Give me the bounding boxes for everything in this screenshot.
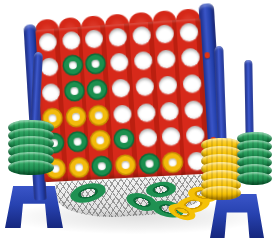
- stacked-green-ring: [237, 172, 272, 185]
- empty-hole: [62, 31, 81, 50]
- empty-hole: [138, 129, 157, 148]
- cell-r6-c4: [113, 152, 138, 179]
- right-yellow-ring-stack: [201, 138, 241, 200]
- empty-hole: [111, 79, 130, 98]
- empty-hole: [40, 58, 59, 77]
- cell-r5-c3: [88, 127, 113, 154]
- green-ring: [140, 154, 159, 173]
- empty-hole: [137, 103, 156, 122]
- cell-r3-c1: [38, 79, 63, 106]
- yellow-ring: [69, 158, 88, 177]
- yellow-ring: [90, 106, 109, 125]
- cell-r3-c5: [132, 73, 157, 100]
- empty-hole: [157, 50, 176, 69]
- yellow-ring: [163, 153, 182, 172]
- empty-hole: [181, 48, 200, 67]
- cell-r4-c3: [86, 102, 111, 129]
- stacked-green-ring: [8, 160, 54, 175]
- empty-hole: [132, 26, 151, 45]
- game-frame: [23, 3, 226, 206]
- cell-r1-c3: [82, 25, 107, 52]
- cell-r1-c6: [152, 20, 177, 47]
- cell-r3-c4: [108, 75, 133, 102]
- cell-r4-c7: [181, 96, 207, 123]
- green-ring: [115, 130, 134, 149]
- cell-r2-c5: [130, 47, 155, 74]
- cell-r6-c2: [66, 154, 91, 181]
- green-ring: [65, 82, 84, 101]
- cell-r5-c5: [135, 125, 160, 152]
- cell-r4-c2: [63, 103, 88, 130]
- far-right-green-ring-stack: [237, 132, 272, 185]
- yellow-ring: [91, 131, 110, 150]
- empty-hole: [135, 77, 154, 96]
- empty-hole: [108, 27, 127, 46]
- cell-r6-c6: [160, 149, 185, 176]
- yellow-ring: [66, 107, 85, 126]
- product-photo-stage: [0, 0, 273, 242]
- cell-r2-c2: [60, 52, 85, 79]
- green-ring: [68, 133, 87, 152]
- empty-hole: [184, 100, 203, 119]
- cell-r3-c2: [62, 78, 87, 105]
- green-ring: [63, 56, 82, 75]
- cell-r1-c5: [129, 22, 154, 49]
- empty-hole: [183, 74, 202, 93]
- cell-r5-c6: [159, 123, 184, 150]
- cell-r2-c4: [107, 49, 132, 76]
- ring-toss-pole-far-right: [244, 60, 253, 140]
- green-ring: [88, 80, 107, 99]
- cell-r5-c4: [111, 126, 136, 153]
- red-knob: [204, 52, 209, 58]
- cell-r4-c4: [110, 100, 135, 127]
- cell-r1-c4: [105, 23, 130, 50]
- left-green-ring-stack: [8, 120, 54, 175]
- empty-hole: [38, 32, 57, 51]
- empty-hole: [179, 22, 198, 41]
- stacked-yellow-ring: [201, 186, 241, 200]
- empty-hole: [156, 24, 175, 43]
- empty-hole: [159, 76, 178, 95]
- cell-r3-c7: [179, 70, 205, 97]
- cell-r2-c7: [178, 44, 204, 71]
- empty-hole: [113, 104, 132, 123]
- cell-r4-c5: [133, 99, 158, 126]
- empty-hole: [133, 51, 152, 70]
- cell-r4-c6: [157, 97, 182, 124]
- empty-hole: [85, 29, 104, 48]
- connect-four-board: [35, 18, 209, 182]
- empty-hole: [160, 101, 179, 120]
- cell-r2-c3: [83, 51, 108, 78]
- yellow-ring: [116, 156, 135, 175]
- cell-r2-c6: [154, 46, 179, 73]
- green-ring: [93, 157, 112, 176]
- green-ring: [86, 55, 105, 74]
- cell-r6-c3: [90, 153, 115, 180]
- cell-r3-c3: [85, 76, 110, 103]
- empty-hole: [162, 127, 181, 146]
- cell-r3-c6: [156, 72, 181, 99]
- empty-hole: [110, 53, 129, 72]
- empty-hole: [41, 83, 60, 102]
- cell-r1-c7: [176, 18, 202, 46]
- cell-r1-c2: [59, 27, 84, 54]
- cell-r5-c2: [65, 129, 90, 156]
- cell-r6-c5: [137, 150, 162, 177]
